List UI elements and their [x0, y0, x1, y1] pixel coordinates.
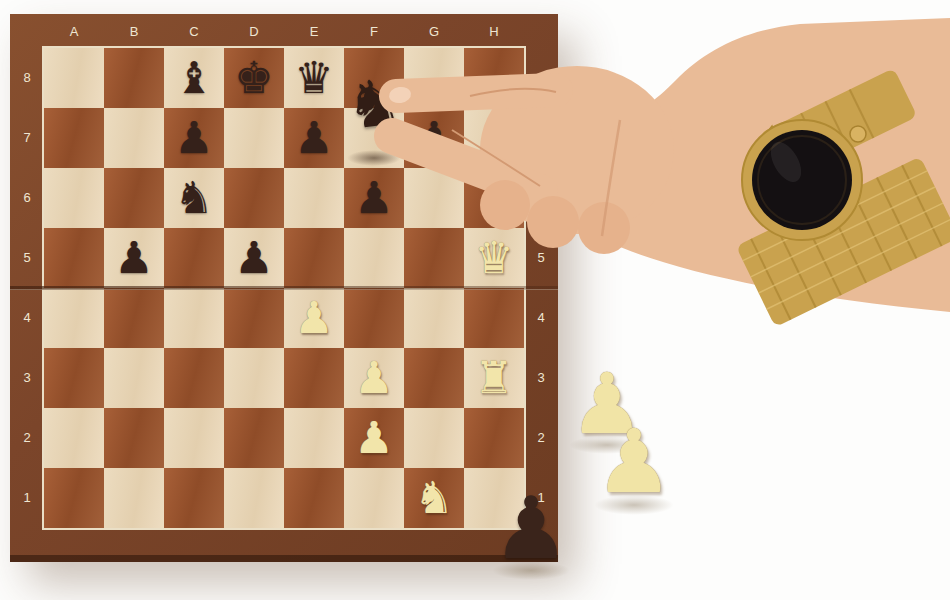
black-pawn-d5[interactable]: ♟: [224, 228, 284, 288]
watch-face: [752, 130, 852, 230]
square-c7[interactable]: ♟: [164, 108, 224, 168]
square-a3[interactable]: [44, 348, 104, 408]
rank-label-right-8: 8: [529, 48, 553, 108]
rank-label-left-3: 3: [15, 348, 39, 408]
file-label-H: H: [464, 20, 524, 44]
square-f3[interactable]: ♟: [344, 348, 404, 408]
black-pawn-h7[interactable]: ♟: [464, 108, 524, 168]
square-d3[interactable]: [224, 348, 284, 408]
black-knight-c6[interactable]: ♞: [164, 168, 224, 228]
square-d2[interactable]: [224, 408, 284, 468]
rank-label-right-7: 7: [529, 108, 553, 168]
watch-case: [742, 120, 862, 240]
square-b2[interactable]: [104, 408, 164, 468]
rank-label-left-7: 7: [15, 108, 39, 168]
square-f1[interactable]: [344, 468, 404, 528]
fold-seam: [10, 286, 558, 290]
white-queen-h5[interactable]: ♛: [464, 228, 524, 288]
square-h8[interactable]: [464, 48, 524, 108]
black-pawn-e7[interactable]: ♟: [284, 108, 344, 168]
rank-label-left-8: 8: [15, 48, 39, 108]
square-c3[interactable]: [164, 348, 224, 408]
rank-label-left-5: 5: [15, 228, 39, 288]
square-g3[interactable]: [404, 348, 464, 408]
curled-finger: [578, 202, 630, 254]
square-g7[interactable]: ♟: [404, 108, 464, 168]
rank-label-right-4: 4: [529, 288, 553, 348]
square-c2[interactable]: [164, 408, 224, 468]
square-g5[interactable]: [404, 228, 464, 288]
black-king-d8[interactable]: ♚: [224, 48, 284, 108]
square-e2[interactable]: [284, 408, 344, 468]
square-a8[interactable]: [44, 48, 104, 108]
square-f6[interactable]: ♟: [344, 168, 404, 228]
square-e7[interactable]: ♟: [284, 108, 344, 168]
white-rook-h3[interactable]: ♜: [464, 348, 524, 408]
square-g1[interactable]: ♞: [404, 468, 464, 528]
square-h6[interactable]: [464, 168, 524, 228]
white-pawn-f2[interactable]: ♟: [344, 408, 404, 468]
black-pawn-f6[interactable]: ♟: [344, 168, 404, 228]
black-pawn-c7[interactable]: ♟: [164, 108, 224, 168]
smartwatch: [736, 68, 950, 327]
square-e6[interactable]: [284, 168, 344, 228]
square-d6[interactable]: [224, 168, 284, 228]
black-pawn-b5[interactable]: ♟: [104, 228, 164, 288]
square-h7[interactable]: ♟: [464, 108, 524, 168]
square-f4[interactable]: [344, 288, 404, 348]
square-b4[interactable]: [104, 288, 164, 348]
square-g2[interactable]: [404, 408, 464, 468]
file-label-D: D: [224, 20, 284, 44]
rank-label-left-2: 2: [15, 408, 39, 468]
square-c4[interactable]: [164, 288, 224, 348]
square-b3[interactable]: [104, 348, 164, 408]
file-label-G: G: [404, 20, 464, 44]
square-h5[interactable]: ♛: [464, 228, 524, 288]
held-piece-shadow: [347, 150, 401, 166]
watch-band-upper: [759, 68, 917, 182]
square-f2[interactable]: ♟: [344, 408, 404, 468]
square-a5[interactable]: [44, 228, 104, 288]
square-g4[interactable]: [404, 288, 464, 348]
square-a4[interactable]: [44, 288, 104, 348]
square-d4[interactable]: [224, 288, 284, 348]
rank-label-right-6: 6: [529, 168, 553, 228]
square-b7[interactable]: [104, 108, 164, 168]
square-h4[interactable]: [464, 288, 524, 348]
watch-band-lower: [736, 156, 950, 327]
watch-lug-detail: [752, 126, 784, 158]
rank-label-left-6: 6: [15, 168, 39, 228]
square-e3[interactable]: [284, 348, 344, 408]
square-e1[interactable]: [284, 468, 344, 528]
square-a1[interactable]: [44, 468, 104, 528]
photo-stage: ABCDEFGH8877665544332211 ♝♚♛♟♟♟♟♞♟♟♟♛♟♟♜…: [0, 0, 950, 600]
file-label-A: A: [44, 20, 104, 44]
square-c6[interactable]: ♞: [164, 168, 224, 228]
rank-label-left-4: 4: [15, 288, 39, 348]
file-label-C: C: [164, 20, 224, 44]
white-pawn-f3[interactable]: ♟: [344, 348, 404, 408]
chess-board: ABCDEFGH8877665544332211 ♝♚♛♟♟♟♟♞♟♟♟♛♟♟♜…: [10, 14, 558, 562]
rank-label-right-5: 5: [529, 228, 553, 288]
square-d7[interactable]: [224, 108, 284, 168]
square-b5[interactable]: ♟: [104, 228, 164, 288]
black-pawn-offboard-3[interactable]: ♟: [488, 485, 574, 571]
square-b1[interactable]: [104, 468, 164, 528]
file-label-E: E: [284, 20, 344, 44]
black-bishop-c8[interactable]: ♝: [164, 48, 224, 108]
square-b6[interactable]: [104, 168, 164, 228]
square-a2[interactable]: [44, 408, 104, 468]
file-label-B: B: [104, 20, 164, 44]
square-c8[interactable]: ♝: [164, 48, 224, 108]
rank-label-right-3: 3: [529, 348, 553, 408]
square-g8[interactable]: [404, 48, 464, 108]
square-a7[interactable]: [44, 108, 104, 168]
black-knight-in-hand[interactable]: ♞: [333, 63, 415, 145]
square-d5[interactable]: ♟: [224, 228, 284, 288]
square-f5[interactable]: [344, 228, 404, 288]
white-pawn-offboard-2[interactable]: ♟: [590, 418, 678, 506]
square-h3[interactable]: ♜: [464, 348, 524, 408]
square-d8[interactable]: ♚: [224, 48, 284, 108]
watch-crown: [850, 126, 866, 142]
square-d1[interactable]: [224, 468, 284, 528]
white-pawn-e4[interactable]: ♟: [284, 288, 344, 348]
rank-label-left-1: 1: [15, 468, 39, 528]
square-g6[interactable]: [404, 168, 464, 228]
square-c5[interactable]: [164, 228, 224, 288]
square-e5[interactable]: [284, 228, 344, 288]
square-h2[interactable]: [464, 408, 524, 468]
white-knight-g1[interactable]: ♞: [404, 468, 464, 528]
rank-label-right-2: 2: [529, 408, 553, 468]
square-e4[interactable]: ♟: [284, 288, 344, 348]
black-pawn-g7[interactable]: ♟: [404, 108, 464, 168]
square-b8[interactable]: [104, 48, 164, 108]
file-label-F: F: [344, 20, 404, 44]
square-a6[interactable]: [44, 168, 104, 228]
square-c1[interactable]: [164, 468, 224, 528]
